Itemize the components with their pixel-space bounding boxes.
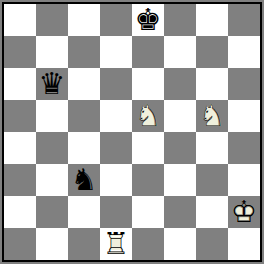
square-d5[interactable] <box>100 100 132 132</box>
square-g2[interactable] <box>196 196 228 228</box>
square-d1[interactable]: ♜♖ <box>100 228 132 260</box>
square-c6[interactable] <box>68 68 100 100</box>
square-h5[interactable] <box>228 100 260 132</box>
square-d4[interactable] <box>100 132 132 164</box>
square-b5[interactable] <box>36 100 68 132</box>
square-a6[interactable] <box>4 68 36 100</box>
square-f7[interactable] <box>164 36 196 68</box>
square-b3[interactable] <box>36 164 68 196</box>
square-a8[interactable] <box>4 4 36 36</box>
square-f2[interactable] <box>164 196 196 228</box>
square-e2[interactable] <box>132 196 164 228</box>
square-a5[interactable] <box>4 100 36 132</box>
square-a2[interactable] <box>4 196 36 228</box>
square-h4[interactable] <box>228 132 260 164</box>
chess-board: ♚♛♞♘♞♘♞♚♔♜♖ <box>2 2 262 262</box>
square-b2[interactable] <box>36 196 68 228</box>
square-f5[interactable] <box>164 100 196 132</box>
square-f8[interactable] <box>164 4 196 36</box>
black-queen-glyph: ♛ <box>36 68 68 100</box>
board-frame: ♚♛♞♘♞♘♞♚♔♜♖ <box>0 0 264 264</box>
square-d7[interactable] <box>100 36 132 68</box>
square-b4[interactable] <box>36 132 68 164</box>
square-a3[interactable] <box>4 164 36 196</box>
piece-black-queen[interactable]: ♛ <box>36 68 68 100</box>
square-h3[interactable] <box>228 164 260 196</box>
piece-black-king[interactable]: ♚ <box>132 4 164 36</box>
white-knight-outline: ♘ <box>132 100 164 132</box>
square-c5[interactable] <box>68 100 100 132</box>
square-d6[interactable] <box>100 68 132 100</box>
piece-white-king[interactable]: ♚♔ <box>228 196 260 228</box>
square-h6[interactable] <box>228 68 260 100</box>
square-f6[interactable] <box>164 68 196 100</box>
square-h1[interactable] <box>228 228 260 260</box>
square-g4[interactable] <box>196 132 228 164</box>
square-d8[interactable] <box>100 4 132 36</box>
square-b1[interactable] <box>36 228 68 260</box>
square-e7[interactable] <box>132 36 164 68</box>
square-e1[interactable] <box>132 228 164 260</box>
square-b8[interactable] <box>36 4 68 36</box>
square-e6[interactable] <box>132 68 164 100</box>
square-a1[interactable] <box>4 228 36 260</box>
square-c2[interactable] <box>68 196 100 228</box>
square-g3[interactable] <box>196 164 228 196</box>
square-g5[interactable]: ♞♘ <box>196 100 228 132</box>
square-b6[interactable]: ♛ <box>36 68 68 100</box>
square-h7[interactable] <box>228 36 260 68</box>
chess-app: ♚♛♞♘♞♘♞♚♔♜♖ <box>0 0 264 264</box>
white-rook-outline: ♖ <box>100 228 132 260</box>
square-h8[interactable] <box>228 4 260 36</box>
piece-white-rook[interactable]: ♜♖ <box>100 228 132 260</box>
square-f1[interactable] <box>164 228 196 260</box>
piece-white-knight[interactable]: ♞♘ <box>196 100 228 132</box>
square-b7[interactable] <box>36 36 68 68</box>
square-c7[interactable] <box>68 36 100 68</box>
square-h2[interactable]: ♚♔ <box>228 196 260 228</box>
square-f4[interactable] <box>164 132 196 164</box>
square-c1[interactable] <box>68 228 100 260</box>
black-knight-glyph: ♞ <box>68 164 100 196</box>
square-d3[interactable] <box>100 164 132 196</box>
piece-black-knight[interactable]: ♞ <box>68 164 100 196</box>
square-d2[interactable] <box>100 196 132 228</box>
square-f3[interactable] <box>164 164 196 196</box>
square-c4[interactable] <box>68 132 100 164</box>
square-e5[interactable]: ♞♘ <box>132 100 164 132</box>
white-knight-outline: ♘ <box>196 100 228 132</box>
square-g1[interactable] <box>196 228 228 260</box>
black-king-glyph: ♚ <box>132 4 164 36</box>
square-a4[interactable] <box>4 132 36 164</box>
square-g8[interactable] <box>196 4 228 36</box>
square-e3[interactable] <box>132 164 164 196</box>
piece-white-knight[interactable]: ♞♘ <box>132 100 164 132</box>
square-g6[interactable] <box>196 68 228 100</box>
square-c8[interactable] <box>68 4 100 36</box>
square-e4[interactable] <box>132 132 164 164</box>
square-c3[interactable]: ♞ <box>68 164 100 196</box>
square-a7[interactable] <box>4 36 36 68</box>
square-e8[interactable]: ♚ <box>132 4 164 36</box>
square-g7[interactable] <box>196 36 228 68</box>
white-king-outline: ♔ <box>228 196 260 228</box>
